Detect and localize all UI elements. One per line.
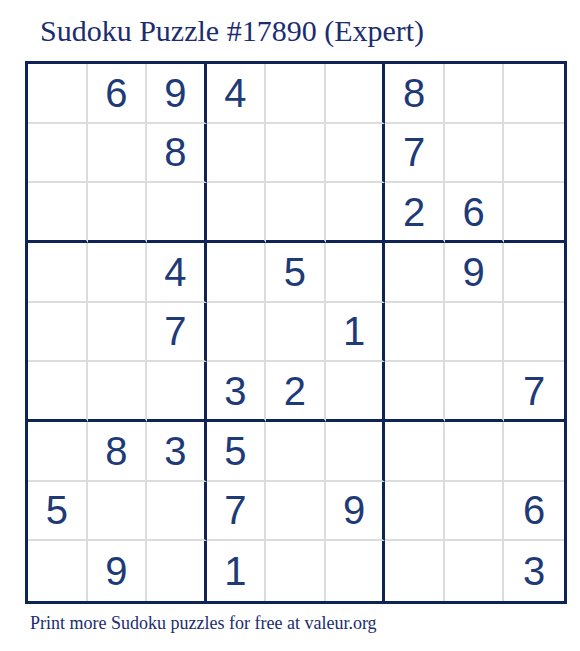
cell-r9c7[interactable] — [385, 541, 445, 601]
cell-r9c5[interactable] — [266, 541, 326, 601]
cell-r1c3[interactable]: 9 — [147, 64, 207, 124]
cell-r7c2[interactable]: 8 — [88, 422, 148, 482]
cell-r4c9[interactable] — [504, 243, 564, 303]
cell-r6c1[interactable] — [28, 362, 88, 422]
cell-r3c4[interactable] — [207, 183, 267, 243]
cell-r4c7[interactable] — [385, 243, 445, 303]
cell-r8c4[interactable]: 7 — [207, 482, 267, 542]
cell-r3c8[interactable]: 6 — [445, 183, 505, 243]
cell-r2c9[interactable] — [504, 124, 564, 184]
cell-r2c2[interactable] — [88, 124, 148, 184]
cell-r3c6[interactable] — [326, 183, 386, 243]
sudoku-grid: 69488726459713278355796913 — [25, 61, 567, 604]
cell-r1c6[interactable] — [326, 64, 386, 124]
cell-r3c1[interactable] — [28, 183, 88, 243]
cell-r6c7[interactable] — [385, 362, 445, 422]
cell-r5c8[interactable] — [445, 303, 505, 363]
cell-r4c2[interactable] — [88, 243, 148, 303]
cell-r8c2[interactable] — [88, 482, 148, 542]
cell-r2c4[interactable] — [207, 124, 267, 184]
cell-r7c3[interactable]: 3 — [147, 422, 207, 482]
cell-r5c6[interactable]: 1 — [326, 303, 386, 363]
cell-r6c5[interactable]: 2 — [266, 362, 326, 422]
cell-r3c3[interactable] — [147, 183, 207, 243]
cell-r9c6[interactable] — [326, 541, 386, 601]
cell-r5c4[interactable] — [207, 303, 267, 363]
cell-r5c5[interactable] — [266, 303, 326, 363]
footer-text: Print more Sudoku puzzles for free at va… — [30, 613, 377, 634]
cell-r6c2[interactable] — [88, 362, 148, 422]
cell-r2c6[interactable] — [326, 124, 386, 184]
cell-r6c3[interactable] — [147, 362, 207, 422]
cell-r8c7[interactable] — [385, 482, 445, 542]
cell-r1c7[interactable]: 8 — [385, 64, 445, 124]
cell-r4c6[interactable] — [326, 243, 386, 303]
cell-r2c3[interactable]: 8 — [147, 124, 207, 184]
cell-r2c8[interactable] — [445, 124, 505, 184]
cell-r7c5[interactable] — [266, 422, 326, 482]
cell-r6c9[interactable]: 7 — [504, 362, 564, 422]
cell-r3c2[interactable] — [88, 183, 148, 243]
cell-r3c9[interactable] — [504, 183, 564, 243]
cell-r5c2[interactable] — [88, 303, 148, 363]
cell-r1c4[interactable]: 4 — [207, 64, 267, 124]
cell-r8c6[interactable]: 9 — [326, 482, 386, 542]
cell-r1c5[interactable] — [266, 64, 326, 124]
cell-r1c9[interactable] — [504, 64, 564, 124]
cell-r9c3[interactable] — [147, 541, 207, 601]
cell-r1c2[interactable]: 6 — [88, 64, 148, 124]
cell-r2c7[interactable]: 7 — [385, 124, 445, 184]
cell-r8c3[interactable] — [147, 482, 207, 542]
cell-r9c1[interactable] — [28, 541, 88, 601]
cell-r5c7[interactable] — [385, 303, 445, 363]
cell-r6c4[interactable]: 3 — [207, 362, 267, 422]
cell-r8c5[interactable] — [266, 482, 326, 542]
cell-r4c5[interactable]: 5 — [266, 243, 326, 303]
cell-r4c1[interactable] — [28, 243, 88, 303]
cell-r5c3[interactable]: 7 — [147, 303, 207, 363]
cell-r5c1[interactable] — [28, 303, 88, 363]
cell-r4c8[interactable]: 9 — [445, 243, 505, 303]
cell-r6c8[interactable] — [445, 362, 505, 422]
cell-r4c4[interactable] — [207, 243, 267, 303]
cell-r4c3[interactable]: 4 — [147, 243, 207, 303]
cell-r9c8[interactable] — [445, 541, 505, 601]
cell-r2c5[interactable] — [266, 124, 326, 184]
cell-r7c4[interactable]: 5 — [207, 422, 267, 482]
cell-r1c8[interactable] — [445, 64, 505, 124]
cell-r3c5[interactable] — [266, 183, 326, 243]
cell-r8c8[interactable] — [445, 482, 505, 542]
cell-r8c1[interactable]: 5 — [28, 482, 88, 542]
cell-r7c6[interactable] — [326, 422, 386, 482]
cell-r5c9[interactable] — [504, 303, 564, 363]
cell-r7c7[interactable] — [385, 422, 445, 482]
cell-r3c7[interactable]: 2 — [385, 183, 445, 243]
cell-r7c9[interactable] — [504, 422, 564, 482]
cell-r9c9[interactable]: 3 — [504, 541, 564, 601]
page-title: Sudoku Puzzle #17890 (Expert) — [40, 14, 424, 48]
cell-r7c8[interactable] — [445, 422, 505, 482]
cell-r9c4[interactable]: 1 — [207, 541, 267, 601]
cell-r6c6[interactable] — [326, 362, 386, 422]
cell-r2c1[interactable] — [28, 124, 88, 184]
cell-r9c2[interactable]: 9 — [88, 541, 148, 601]
cell-r8c9[interactable]: 6 — [504, 482, 564, 542]
cell-r7c1[interactable] — [28, 422, 88, 482]
cell-r1c1[interactable] — [28, 64, 88, 124]
